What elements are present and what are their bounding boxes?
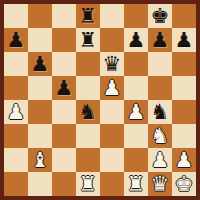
square-c8[interactable] (52, 4, 76, 28)
square-a8[interactable] (4, 4, 28, 28)
square-a7[interactable]: ♟ (4, 28, 28, 52)
piece-white-pawn: ♟ (175, 148, 194, 172)
square-d8[interactable]: ♜ (76, 4, 100, 28)
piece-white-king: ♚ (175, 172, 194, 196)
piece-black-pawn: ♟ (7, 28, 26, 52)
square-h6[interactable] (172, 52, 196, 76)
piece-black-pawn: ♟ (55, 76, 74, 100)
square-c7[interactable] (52, 28, 76, 52)
square-b1[interactable] (28, 172, 52, 196)
square-g4[interactable]: ♞ (148, 100, 172, 124)
square-h3[interactable] (172, 124, 196, 148)
square-h7[interactable]: ♟ (172, 28, 196, 52)
square-c6[interactable] (52, 52, 76, 76)
square-f4[interactable]: ♟ (124, 100, 148, 124)
piece-black-king: ♚ (151, 4, 170, 28)
piece-white-pawn: ♟ (103, 76, 122, 100)
square-g1[interactable]: ♛ (148, 172, 172, 196)
square-f1[interactable]: ♜ (124, 172, 148, 196)
square-c4[interactable] (52, 100, 76, 124)
square-e6[interactable]: ♛ (100, 52, 124, 76)
square-f8[interactable] (124, 4, 148, 28)
square-d7[interactable]: ♜ (76, 28, 100, 52)
piece-white-bishop: ♝ (31, 148, 50, 172)
square-g2[interactable]: ♟ (148, 148, 172, 172)
square-h8[interactable] (172, 4, 196, 28)
square-g5[interactable] (148, 76, 172, 100)
square-a3[interactable] (4, 124, 28, 148)
piece-white-rook: ♜ (79, 172, 98, 196)
square-d3[interactable] (76, 124, 100, 148)
square-f7[interactable]: ♟ (124, 28, 148, 52)
square-b3[interactable] (28, 124, 52, 148)
piece-black-pawn: ♟ (31, 52, 50, 76)
chess-board: ♜♚♟♜♟♟♟♟♛♟♟♟♞♟♞♞♝♟♟♜♜♛♚ (4, 4, 196, 196)
piece-white-pawn: ♟ (151, 148, 170, 172)
square-e7[interactable] (100, 28, 124, 52)
square-d2[interactable] (76, 148, 100, 172)
square-g7[interactable]: ♟ (148, 28, 172, 52)
square-g3[interactable]: ♞ (148, 124, 172, 148)
square-b6[interactable]: ♟ (28, 52, 52, 76)
square-c1[interactable] (52, 172, 76, 196)
piece-white-knight: ♞ (151, 124, 170, 148)
square-c5[interactable]: ♟ (52, 76, 76, 100)
square-g6[interactable] (148, 52, 172, 76)
square-a1[interactable] (4, 172, 28, 196)
square-d5[interactable] (76, 76, 100, 100)
square-b8[interactable] (28, 4, 52, 28)
square-g8[interactable]: ♚ (148, 4, 172, 28)
square-h4[interactable] (172, 100, 196, 124)
piece-white-pawn: ♟ (127, 100, 146, 124)
square-b5[interactable] (28, 76, 52, 100)
board-frame: ♜♚♟♜♟♟♟♟♛♟♟♟♞♟♞♞♝♟♟♜♜♛♚ (0, 0, 200, 200)
square-d6[interactable] (76, 52, 100, 76)
piece-white-rook: ♜ (127, 172, 146, 196)
piece-black-pawn: ♟ (175, 28, 194, 52)
piece-white-queen: ♛ (151, 172, 170, 196)
piece-black-rook: ♜ (79, 28, 98, 52)
square-f3[interactable] (124, 124, 148, 148)
square-e5[interactable]: ♟ (100, 76, 124, 100)
square-b7[interactable] (28, 28, 52, 52)
square-f6[interactable] (124, 52, 148, 76)
square-e4[interactable] (100, 100, 124, 124)
square-a4[interactable]: ♟ (4, 100, 28, 124)
square-h2[interactable]: ♟ (172, 148, 196, 172)
square-h5[interactable] (172, 76, 196, 100)
square-f2[interactable] (124, 148, 148, 172)
square-b4[interactable] (28, 100, 52, 124)
piece-black-rook: ♜ (79, 4, 98, 28)
square-c2[interactable] (52, 148, 76, 172)
square-d4[interactable]: ♞ (76, 100, 100, 124)
square-a2[interactable] (4, 148, 28, 172)
square-h1[interactable]: ♚ (172, 172, 196, 196)
piece-black-knight: ♞ (79, 100, 98, 124)
square-e2[interactable] (100, 148, 124, 172)
piece-black-queen: ♛ (103, 52, 122, 76)
square-e8[interactable] (100, 4, 124, 28)
square-e3[interactable] (100, 124, 124, 148)
square-a5[interactable] (4, 76, 28, 100)
piece-black-knight: ♞ (151, 100, 170, 124)
piece-white-pawn: ♟ (7, 100, 26, 124)
square-c3[interactable] (52, 124, 76, 148)
square-a6[interactable] (4, 52, 28, 76)
square-e1[interactable] (100, 172, 124, 196)
piece-black-pawn: ♟ (127, 28, 146, 52)
square-f5[interactable] (124, 76, 148, 100)
square-b2[interactable]: ♝ (28, 148, 52, 172)
square-d1[interactable]: ♜ (76, 172, 100, 196)
piece-black-pawn: ♟ (151, 28, 170, 52)
